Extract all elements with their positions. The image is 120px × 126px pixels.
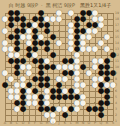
go-game-screen: 白 时越 9段P · 黑 柯洁 9段P 黑胜1又1/4子 ●●●●●●●●●●●… (0, 0, 120, 126)
row-label: 13 (115, 46, 120, 51)
row-label: 16 (115, 28, 120, 33)
row-coordinates: 19181716151413121110987654321 (115, 10, 120, 124)
row-label: 7 (115, 82, 120, 87)
row-label: 4 (115, 100, 120, 105)
row-label: 6 (115, 88, 120, 93)
row-label: 8 (115, 76, 120, 81)
row-label: 1 (115, 118, 120, 123)
row-label: 14 (115, 40, 120, 45)
column-coordinates: ABCDEFGHIJKLMNOPQRS (2, 120, 116, 126)
go-board: ●●●●●●●●●●●●●●●●●●●●●●●●●●●●●●●●●●●●●●●●… (2, 10, 116, 124)
row-label: 12 (115, 52, 120, 57)
row-label: 18 (115, 16, 120, 21)
row-label: 17 (115, 22, 120, 27)
row-label: 5 (115, 94, 120, 99)
row-label: 2 (115, 112, 120, 117)
row-label: 15 (115, 34, 120, 39)
row-label: 3 (115, 106, 120, 111)
row-label: 10 (115, 64, 120, 69)
row-label: 19 (115, 10, 120, 15)
row-label: 11 (115, 58, 120, 63)
row-label: 9 (115, 70, 120, 75)
